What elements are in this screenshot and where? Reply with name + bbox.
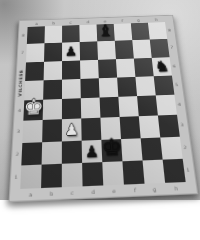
coord-label: d (92, 189, 95, 194)
coord-label: 1 (187, 167, 191, 172)
square-h2[interactable] (160, 136, 182, 159)
square-b8[interactable] (44, 26, 62, 44)
square-d6[interactable] (80, 59, 99, 78)
coord-label: h (155, 18, 158, 22)
square-c1[interactable] (62, 163, 83, 188)
black-knight-piece[interactable]: ♞ (153, 57, 170, 75)
square-a1[interactable] (20, 164, 41, 189)
square-d7[interactable] (80, 42, 98, 60)
square-h1[interactable] (163, 159, 186, 183)
coord-label: 8 (22, 34, 25, 38)
square-b4[interactable] (43, 99, 62, 120)
coord-label: 3 (181, 123, 185, 128)
coord-label: 7 (21, 51, 24, 55)
square-a8[interactable] (27, 26, 45, 44)
square-c5[interactable] (62, 79, 81, 99)
coord-label: 3 (17, 129, 20, 134)
square-h7[interactable] (150, 39, 170, 57)
square-f3[interactable] (120, 116, 141, 138)
square-h4[interactable] (156, 95, 177, 116)
square-h5[interactable] (154, 75, 175, 95)
coord-label: h (174, 185, 178, 190)
coord-label: d (87, 20, 90, 24)
white-pawn-piece[interactable]: ♟ (65, 121, 79, 140)
coord-label: g (137, 18, 140, 22)
square-e1[interactable] (102, 161, 124, 185)
square-h3[interactable] (158, 115, 180, 137)
square-f5[interactable] (117, 77, 137, 97)
coord-label: 5 (175, 83, 178, 87)
coord-label: 4 (18, 108, 21, 112)
square-a7[interactable] (26, 43, 44, 62)
chessboard: abcdefgh abcdefgh 87654321 87654321 VILC… (9, 15, 199, 200)
square-f7[interactable] (115, 40, 134, 58)
black-bishop-piece[interactable]: ♝ (97, 21, 114, 41)
photo-background: abcdefgh abcdefgh 87654321 87654321 VILC… (0, 0, 200, 200)
square-h8[interactable] (148, 22, 167, 40)
board-perspective-wrap: abcdefgh abcdefgh 87654321 87654321 VILC… (9, 15, 199, 200)
square-f1[interactable] (122, 160, 144, 184)
black-pawn-piece[interactable]: ♟ (65, 44, 78, 60)
square-f4[interactable] (118, 96, 138, 117)
coord-label: f (134, 187, 136, 192)
square-d5[interactable] (80, 78, 99, 98)
coord-label: 8 (168, 29, 171, 33)
square-d8[interactable] (79, 25, 97, 43)
white-king-piece[interactable]: ♚ (23, 95, 44, 120)
square-a3[interactable] (22, 120, 42, 142)
square-g8[interactable] (131, 23, 150, 41)
coord-label: 2 (16, 151, 19, 156)
square-b6[interactable] (44, 61, 62, 80)
square-b5[interactable] (43, 79, 62, 99)
coord-label: f (121, 19, 123, 23)
square-e6[interactable] (98, 59, 117, 78)
black-king-piece[interactable]: ♚ (101, 134, 123, 161)
square-e4[interactable] (100, 97, 120, 118)
board-grid (20, 22, 185, 189)
square-b7[interactable] (44, 43, 62, 62)
square-f2[interactable] (121, 138, 143, 161)
square-c8[interactable] (62, 25, 80, 43)
square-g1[interactable] (143, 159, 166, 183)
square-e5[interactable] (99, 77, 119, 97)
coord-label: 6 (173, 64, 176, 68)
coord-label: e (113, 188, 116, 193)
square-c6[interactable] (62, 60, 80, 79)
square-d1[interactable] (82, 162, 103, 186)
square-c4[interactable] (62, 98, 81, 119)
black-pawn-piece[interactable]: ♟ (85, 142, 100, 162)
square-d4[interactable] (81, 98, 101, 119)
square-g5[interactable] (135, 76, 155, 96)
square-g4[interactable] (137, 95, 158, 116)
square-g2[interactable] (141, 137, 163, 160)
coord-label: 4 (178, 102, 181, 106)
coord-label: b (50, 191, 53, 196)
square-b3[interactable] (42, 119, 62, 141)
square-g3[interactable] (139, 116, 160, 138)
square-d3[interactable] (81, 118, 101, 140)
coord-label: 2 (184, 145, 188, 150)
square-b1[interactable] (41, 163, 62, 188)
square-c2[interactable] (62, 140, 82, 163)
square-f8[interactable] (114, 23, 133, 41)
square-a6[interactable] (25, 61, 44, 80)
coord-label: a (35, 22, 38, 26)
coord-label: b (52, 21, 55, 25)
square-g7[interactable] (132, 40, 151, 58)
square-a2[interactable] (21, 142, 42, 165)
coord-label: c (70, 21, 72, 25)
coord-label: 7 (170, 46, 173, 50)
coord-label: c (71, 190, 74, 195)
coord-label: a (29, 192, 32, 197)
square-g6[interactable] (134, 57, 154, 76)
coord-label: 1 (15, 175, 18, 180)
square-e7[interactable] (97, 41, 116, 59)
square-b2[interactable] (42, 141, 62, 164)
coord-label: g (153, 186, 157, 191)
square-f6[interactable] (116, 58, 135, 77)
